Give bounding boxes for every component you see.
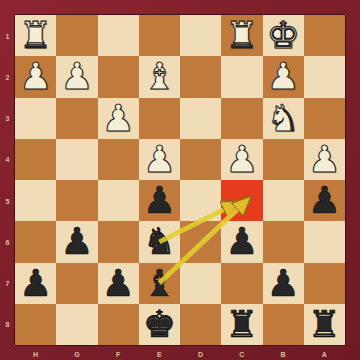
piece-white-pawn-h2[interactable]: ♟ — [19, 56, 52, 97]
square-h6[interactable] — [15, 221, 56, 262]
chess-board-frame: ♜♜♚♟♟♝♟♟♞♟♟♟♟♟♟♞♟♟♟♝♟♚♜♜ 12345678HGFEDCB… — [0, 0, 360, 360]
square-d5[interactable] — [180, 180, 221, 221]
piece-white-rook-c1[interactable]: ♜ — [225, 15, 258, 56]
square-h4[interactable] — [15, 139, 56, 180]
chess-board: ♜♜♚♟♟♝♟♟♞♟♟♟♟♟♟♞♟♟♟♝♟♚♜♜ — [15, 15, 345, 345]
square-f3[interactable]: ♟ — [98, 98, 139, 139]
square-e4[interactable]: ♟ — [139, 139, 180, 180]
square-c6[interactable]: ♟ — [221, 221, 262, 262]
file-label-g: G — [56, 351, 97, 358]
square-b5[interactable] — [263, 180, 304, 221]
file-label-d: D — [180, 351, 221, 358]
square-a6[interactable] — [304, 221, 345, 262]
rank-label-2: 2 — [0, 73, 15, 80]
square-g5[interactable] — [56, 180, 97, 221]
square-e3[interactable] — [139, 98, 180, 139]
square-c8[interactable]: ♜ — [221, 304, 262, 345]
square-h2[interactable]: ♟ — [15, 56, 56, 97]
square-f5[interactable] — [98, 180, 139, 221]
square-b8[interactable] — [263, 304, 304, 345]
square-c1[interactable]: ♜ — [221, 15, 262, 56]
square-g6[interactable]: ♟ — [56, 221, 97, 262]
square-c4[interactable]: ♟ — [221, 139, 262, 180]
piece-black-pawn-c6[interactable]: ♟ — [225, 221, 258, 262]
square-a5[interactable]: ♟ — [304, 180, 345, 221]
piece-white-knight-b3[interactable]: ♞ — [267, 98, 300, 139]
piece-white-bishop-e2[interactable]: ♝ — [143, 56, 176, 97]
piece-black-bishop-e7[interactable]: ♝ — [143, 263, 176, 304]
square-a1[interactable] — [304, 15, 345, 56]
square-b2[interactable]: ♟ — [263, 56, 304, 97]
square-h7[interactable]: ♟ — [15, 263, 56, 304]
square-g1[interactable] — [56, 15, 97, 56]
file-label-a: A — [304, 351, 345, 358]
square-e5[interactable]: ♟ — [139, 180, 180, 221]
square-d4[interactable] — [180, 139, 221, 180]
rank-label-4: 4 — [0, 156, 15, 163]
square-a2[interactable] — [304, 56, 345, 97]
square-h3[interactable] — [15, 98, 56, 139]
square-d7[interactable] — [180, 263, 221, 304]
piece-black-rook-c8[interactable]: ♜ — [225, 304, 258, 345]
file-label-h: H — [15, 351, 56, 358]
rank-label-7: 7 — [0, 280, 15, 287]
square-h5[interactable] — [15, 180, 56, 221]
file-label-b: B — [263, 351, 304, 358]
square-g3[interactable] — [56, 98, 97, 139]
square-f1[interactable] — [98, 15, 139, 56]
square-d1[interactable] — [180, 15, 221, 56]
piece-black-pawn-e5[interactable]: ♟ — [143, 180, 176, 221]
square-h8[interactable] — [15, 304, 56, 345]
square-f2[interactable] — [98, 56, 139, 97]
square-b4[interactable] — [263, 139, 304, 180]
piece-white-pawn-a4[interactable]: ♟ — [308, 139, 341, 180]
square-a8[interactable]: ♜ — [304, 304, 345, 345]
square-g8[interactable] — [56, 304, 97, 345]
piece-black-rook-a8[interactable]: ♜ — [308, 304, 341, 345]
square-d6[interactable] — [180, 221, 221, 262]
piece-white-pawn-g2[interactable]: ♟ — [60, 56, 93, 97]
square-b1[interactable]: ♚ — [263, 15, 304, 56]
square-b6[interactable] — [263, 221, 304, 262]
square-f8[interactable] — [98, 304, 139, 345]
piece-white-pawn-c4[interactable]: ♟ — [225, 139, 258, 180]
square-g7[interactable] — [56, 263, 97, 304]
piece-black-pawn-f7[interactable]: ♟ — [102, 263, 135, 304]
square-d3[interactable] — [180, 98, 221, 139]
square-b7[interactable]: ♟ — [263, 263, 304, 304]
rank-label-1: 1 — [0, 32, 15, 39]
file-label-c: C — [221, 351, 262, 358]
square-e2[interactable]: ♝ — [139, 56, 180, 97]
highlighted-square-c5[interactable] — [221, 180, 262, 221]
square-e6[interactable]: ♞ — [139, 221, 180, 262]
piece-black-king-e8[interactable]: ♚ — [143, 304, 176, 345]
square-g2[interactable]: ♟ — [56, 56, 97, 97]
piece-black-pawn-b7[interactable]: ♟ — [267, 263, 300, 304]
file-label-f: F — [98, 351, 139, 358]
square-b3[interactable]: ♞ — [263, 98, 304, 139]
square-c7[interactable] — [221, 263, 262, 304]
square-g4[interactable] — [56, 139, 97, 180]
rank-label-3: 3 — [0, 115, 15, 122]
rank-label-8: 8 — [0, 321, 15, 328]
square-a3[interactable] — [304, 98, 345, 139]
rank-label-6: 6 — [0, 238, 15, 245]
square-e7[interactable]: ♝ — [139, 263, 180, 304]
square-h1[interactable]: ♜ — [15, 15, 56, 56]
square-a4[interactable]: ♟ — [304, 139, 345, 180]
piece-white-pawn-e4[interactable]: ♟ — [143, 139, 176, 180]
piece-white-rook-h1[interactable]: ♜ — [19, 15, 52, 56]
square-c3[interactable] — [221, 98, 262, 139]
rank-label-5: 5 — [0, 197, 15, 204]
square-e1[interactable] — [139, 15, 180, 56]
square-d8[interactable] — [180, 304, 221, 345]
piece-black-pawn-g6[interactable]: ♟ — [60, 221, 93, 262]
piece-black-pawn-h7[interactable]: ♟ — [19, 263, 52, 304]
square-f6[interactable] — [98, 221, 139, 262]
square-d2[interactable] — [180, 56, 221, 97]
piece-white-pawn-b2[interactable]: ♟ — [267, 56, 300, 97]
square-f4[interactable] — [98, 139, 139, 180]
square-e8[interactable]: ♚ — [139, 304, 180, 345]
piece-white-king-b1[interactable]: ♚ — [267, 15, 300, 56]
square-f7[interactable]: ♟ — [98, 263, 139, 304]
square-a7[interactable] — [304, 263, 345, 304]
piece-white-pawn-f3[interactable]: ♟ — [102, 98, 135, 139]
square-c2[interactable] — [221, 56, 262, 97]
piece-black-knight-e6[interactable]: ♞ — [143, 221, 176, 262]
file-label-e: E — [139, 351, 180, 358]
piece-black-pawn-a5[interactable]: ♟ — [308, 180, 341, 221]
